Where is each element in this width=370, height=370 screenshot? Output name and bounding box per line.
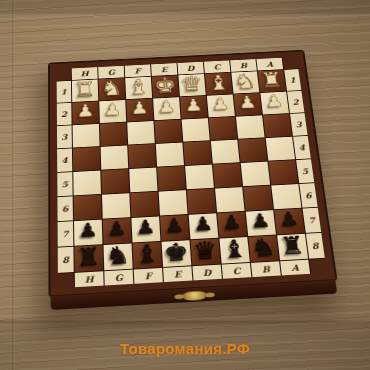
chess-board-box: HGFEDCBA1♜♞♝♚♛♝♞♜12♟♟♟♟♟♟♟♟2334455667♟♟♟… [50,51,337,310]
rank-label-right-1: 1 [284,69,301,91]
piece-black-pawn-b7[interactable]: ♟ [250,211,271,231]
square-c5[interactable] [213,163,242,188]
square-g2[interactable]: ♟ [99,100,126,123]
piece-black-pawn-a7[interactable]: ♟ [278,210,300,230]
square-g1[interactable]: ♞ [99,78,126,100]
rank-label-left-6: 6 [57,196,73,221]
piece-white-bishop-f1[interactable]: ♝ [127,76,150,97]
square-c4[interactable] [211,140,240,164]
square-h6[interactable] [74,195,102,220]
piece-black-bishop-c8[interactable]: ♝ [221,236,247,261]
file-label-bottom-d: D [192,265,221,281]
square-f3[interactable] [127,121,155,145]
square-e8[interactable]: ♚ [162,240,192,267]
square-b1[interactable]: ♞ [231,71,259,93]
piece-white-pawn-g2[interactable]: ♟ [103,101,122,119]
square-h1[interactable]: ♜ [72,79,98,102]
square-b4[interactable] [238,138,267,162]
square-g8[interactable]: ♞ [104,244,133,271]
square-c8[interactable]: ♝ [219,237,249,264]
piece-black-bishop-f8[interactable]: ♝ [134,241,160,267]
square-f4[interactable] [128,144,156,168]
piece-black-pawn-g7[interactable]: ♟ [107,219,127,239]
square-a1[interactable]: ♜ [258,70,286,92]
piece-white-bishop-c1[interactable]: ♝ [207,72,231,93]
square-e3[interactable] [154,120,182,144]
frame-corner-bottom-right [309,259,327,274]
file-label-bottom-h: H [75,271,104,287]
rank-label-left-4: 4 [57,148,72,172]
square-f2[interactable]: ♟ [126,99,153,122]
piece-black-pawn-e7[interactable]: ♟ [164,216,185,236]
square-b3[interactable] [236,115,265,138]
piece-white-rook-a1[interactable]: ♜ [259,69,284,90]
piece-black-rook-a8[interactable]: ♜ [279,233,306,258]
rank-label-right-5: 5 [296,159,314,183]
watermark: Товаромания.РФ [120,340,250,357]
square-h2[interactable]: ♟ [72,101,99,124]
square-d3[interactable] [182,118,210,141]
square-a6[interactable] [271,184,301,209]
square-c6[interactable] [215,187,245,212]
piece-white-pawn-c2[interactable]: ♟ [211,95,231,113]
piece-black-queen-d8[interactable]: ♛ [192,237,218,262]
square-a4[interactable] [266,137,295,161]
brass-clasp-icon[interactable] [181,291,207,301]
frame-corner-top-left [57,69,71,81]
piece-black-king-e8[interactable]: ♚ [163,239,189,264]
rank-label-left-7: 7 [58,221,74,246]
square-g5[interactable] [101,169,129,194]
square-d4[interactable] [183,141,211,165]
chess-set: HGFEDCBA1♜♞♝♚♛♝♞♜12♟♟♟♟♟♟♟♟2334455667♟♟♟… [50,51,337,310]
square-f8[interactable]: ♝ [133,242,162,269]
piece-black-rook-h8[interactable]: ♜ [76,244,101,270]
square-d8[interactable]: ♛ [191,239,221,266]
square-d5[interactable] [185,165,214,190]
square-d6[interactable] [187,189,216,214]
piece-white-knight-b1[interactable]: ♞ [233,70,257,91]
square-c2[interactable]: ♟ [207,94,235,117]
rank-label-right-6: 6 [299,183,317,207]
rank-label-right-3: 3 [290,113,308,136]
square-a5[interactable] [268,160,298,185]
square-g4[interactable] [101,146,129,170]
square-d1[interactable]: ♛ [178,74,205,96]
piece-black-pawn-f7[interactable]: ♟ [136,218,156,238]
frame-corner-top-right [283,57,299,69]
square-a8[interactable]: ♜ [277,234,308,261]
square-f6[interactable] [130,192,159,217]
piece-white-pawn-d2[interactable]: ♟ [184,97,203,115]
piece-white-pawn-e2[interactable]: ♟ [157,98,176,116]
file-label-bottom-f: F [134,268,163,284]
square-e5[interactable] [157,166,186,191]
square-a2[interactable]: ♟ [260,92,289,115]
square-b8[interactable]: ♞ [248,235,279,262]
square-e1[interactable]: ♚ [152,75,179,97]
file-label-bottom-g: G [104,270,133,286]
square-h4[interactable] [73,147,100,171]
square-f5[interactable] [129,168,157,193]
rank-label-left-8: 8 [58,247,74,273]
square-e2[interactable]: ♟ [153,97,180,120]
rank-label-right-8: 8 [306,233,325,259]
square-c1[interactable]: ♝ [205,73,233,95]
square-b2[interactable]: ♟ [234,93,262,116]
rank-label-left-1: 1 [57,81,72,103]
piece-white-knight-g1[interactable]: ♞ [100,77,123,98]
rank-label-right-7: 7 [303,208,322,233]
square-g3[interactable] [100,123,127,147]
square-g6[interactable] [102,193,130,218]
piece-white-pawn-b2[interactable]: ♟ [238,94,258,112]
piece-white-pawn-h2[interactable]: ♟ [76,102,95,120]
rank-label-right-4: 4 [293,136,311,159]
square-b5[interactable] [241,162,270,187]
rank-label-left-5: 5 [57,172,72,196]
square-e4[interactable] [156,143,184,167]
piece-black-pawn-c7[interactable]: ♟ [221,213,242,233]
square-h3[interactable] [73,124,100,148]
piece-black-knight-g8[interactable]: ♞ [105,242,130,268]
table-background: HGFEDCBA1♜♞♝♚♛♝♞♜12♟♟♟♟♟♟♟♟2334455667♟♟♟… [0,0,370,370]
square-d2[interactable]: ♟ [180,96,208,119]
piece-white-pawn-f2[interactable]: ♟ [130,100,149,118]
square-h8[interactable]: ♜ [74,245,103,272]
frame-corner-bottom-left [58,273,74,288]
square-h5[interactable] [73,171,101,196]
square-a3[interactable] [263,114,292,137]
file-label-bottom-e: E [163,266,192,282]
piece-white-king-e1[interactable]: ♚ [154,74,178,95]
square-f1[interactable]: ♝ [125,77,152,99]
rank-label-left-3: 3 [57,125,72,148]
piece-white-queen-d1[interactable]: ♛ [180,73,204,94]
piece-white-pawn-a2[interactable]: ♟ [264,93,284,111]
piece-black-pawn-h7[interactable]: ♟ [78,221,98,241]
piece-black-pawn-d7[interactable]: ♟ [193,214,214,234]
file-label-bottom-c: C [222,263,252,279]
piece-black-knight-b8[interactable]: ♞ [250,234,277,259]
square-e6[interactable] [159,190,188,215]
square-b6[interactable] [243,186,273,211]
square-c3[interactable] [209,117,237,140]
file-label-bottom-a: A [280,260,310,276]
chess-board: HGFEDCBA1♜♞♝♚♛♝♞♜12♟♟♟♟♟♟♟♟2334455667♟♟♟… [50,51,335,295]
rank-label-left-2: 2 [57,103,72,125]
piece-white-rook-h1[interactable]: ♜ [74,78,97,100]
file-label-bottom-b: B [251,261,281,277]
rank-label-right-2: 2 [287,91,304,113]
